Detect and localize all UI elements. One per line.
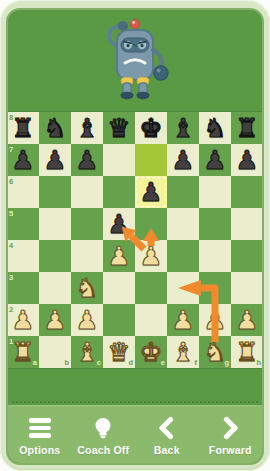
- piece-black-bishop[interactable]: ♝: [167, 112, 199, 144]
- square-e1[interactable]: e♚: [135, 336, 167, 368]
- square-e6[interactable]: ♟: [135, 176, 167, 208]
- robot-mascot-icon: [91, 18, 179, 100]
- rank-label-6: 6: [9, 178, 13, 186]
- back-button[interactable]: Back: [135, 405, 199, 463]
- square-b3[interactable]: [39, 272, 71, 304]
- square-h1[interactable]: h♜: [231, 336, 263, 368]
- piece-black-rook[interactable]: ♜: [231, 112, 263, 144]
- piece-black-queen[interactable]: ♛: [103, 112, 135, 144]
- piece-black-pawn[interactable]: ♟: [231, 144, 263, 176]
- rank-label-3: 3: [9, 274, 13, 282]
- piece-black-pawn[interactable]: ♟: [39, 144, 71, 176]
- square-b6[interactable]: [39, 176, 71, 208]
- square-b1[interactable]: b: [39, 336, 71, 368]
- square-c2[interactable]: ♟: [71, 304, 103, 336]
- square-c6[interactable]: [71, 176, 103, 208]
- coach-toggle-label: Coach Off: [77, 444, 129, 456]
- file-label-f: f: [195, 359, 198, 367]
- square-a6[interactable]: 6: [7, 176, 39, 208]
- square-c7[interactable]: ♟: [71, 144, 103, 176]
- square-b8[interactable]: ♞: [39, 112, 71, 144]
- square-e3[interactable]: [135, 272, 167, 304]
- square-h5[interactable]: [231, 208, 263, 240]
- chevron-left-icon: [156, 416, 178, 440]
- file-label-c: c: [97, 359, 101, 367]
- square-g4[interactable]: [199, 240, 231, 272]
- square-e4[interactable]: ♟: [135, 240, 167, 272]
- piece-white-pawn[interactable]: ♟: [135, 240, 167, 272]
- rank-label-7: 7: [9, 146, 13, 154]
- square-g5[interactable]: [199, 208, 231, 240]
- square-f4[interactable]: [167, 240, 199, 272]
- dotted-separator: [12, 401, 258, 403]
- square-d7[interactable]: [103, 144, 135, 176]
- bottom-toolbar: Options Coach Off Back: [8, 405, 262, 463]
- square-h8[interactable]: ♜: [231, 112, 263, 144]
- square-f3[interactable]: [167, 272, 199, 304]
- square-d2[interactable]: [103, 304, 135, 336]
- options-button[interactable]: Options: [8, 405, 72, 463]
- square-a7[interactable]: 7♟: [7, 144, 39, 176]
- square-h3[interactable]: [231, 272, 263, 304]
- square-e8[interactable]: ♚: [135, 112, 167, 144]
- square-a1[interactable]: 1a♜: [7, 336, 39, 368]
- piece-white-knight[interactable]: ♞: [71, 272, 103, 304]
- rank-label-1: 1: [9, 338, 13, 346]
- square-a5[interactable]: 5: [7, 208, 39, 240]
- piece-black-knight[interactable]: ♞: [39, 112, 71, 144]
- square-g2[interactable]: ♟: [199, 304, 231, 336]
- rank-label-8: 8: [9, 114, 13, 122]
- piece-white-pawn[interactable]: ♟: [39, 304, 71, 336]
- coach-toggle-button[interactable]: Coach Off: [72, 405, 136, 463]
- square-c4[interactable]: [71, 240, 103, 272]
- square-f7[interactable]: ♟: [167, 144, 199, 176]
- square-g1[interactable]: g♞: [199, 336, 231, 368]
- square-d3[interactable]: [103, 272, 135, 304]
- chess-board: 8♜♞♝♛♚♝♞♜7♟♟♟♟♟♟6♟5♟4♟♟3♞2♟♟♟♟♟♟1a♜bc♝d♛…: [7, 112, 263, 368]
- piece-black-king[interactable]: ♚: [135, 112, 167, 144]
- square-f6[interactable]: [167, 176, 199, 208]
- square-d5[interactable]: ♟: [103, 208, 135, 240]
- lightbulb-icon: [91, 416, 115, 440]
- options-label: Options: [19, 444, 60, 456]
- square-e5[interactable]: [135, 208, 167, 240]
- square-b4[interactable]: [39, 240, 71, 272]
- square-e7[interactable]: [135, 144, 167, 176]
- piece-black-pawn[interactable]: ♟: [167, 144, 199, 176]
- square-a8[interactable]: 8♜: [7, 112, 39, 144]
- file-label-a: a: [33, 359, 37, 367]
- square-f8[interactable]: ♝: [167, 112, 199, 144]
- square-h4[interactable]: [231, 240, 263, 272]
- piece-white-pawn[interactable]: ♟: [167, 304, 199, 336]
- rank-label-2: 2: [9, 306, 13, 314]
- square-b5[interactable]: [39, 208, 71, 240]
- square-g3[interactable]: [199, 272, 231, 304]
- piece-white-pawn[interactable]: ♟: [231, 304, 263, 336]
- app-window: 8♜♞♝♛♚♝♞♜7♟♟♟♟♟♟6♟5♟4♟♟3♞2♟♟♟♟♟♟1a♜bc♝d♛…: [0, 0, 270, 471]
- square-d6[interactable]: [103, 176, 135, 208]
- piece-black-pawn[interactable]: ♟: [135, 176, 167, 208]
- board-area: 8♜♞♝♛♚♝♞♜7♟♟♟♟♟♟6♟5♟4♟♟3♞2♟♟♟♟♟♟1a♜bc♝d♛…: [7, 112, 263, 368]
- square-g6[interactable]: [199, 176, 231, 208]
- square-c3[interactable]: ♞: [71, 272, 103, 304]
- square-d1[interactable]: d♛: [103, 336, 135, 368]
- piece-black-knight[interactable]: ♞: [199, 112, 231, 144]
- square-g8[interactable]: ♞: [199, 112, 231, 144]
- square-f2[interactable]: ♟: [167, 304, 199, 336]
- square-e2[interactable]: [135, 304, 167, 336]
- piece-white-pawn[interactable]: ♟: [199, 304, 231, 336]
- app-screen: 8♜♞♝♛♚♝♞♜7♟♟♟♟♟♟6♟5♟4♟♟3♞2♟♟♟♟♟♟1a♜bc♝d♛…: [6, 8, 264, 465]
- square-h2[interactable]: ♟: [231, 304, 263, 336]
- square-c1[interactable]: c♝: [71, 336, 103, 368]
- piece-white-pawn[interactable]: ♟: [71, 304, 103, 336]
- piece-white-pawn[interactable]: ♟: [103, 240, 135, 272]
- menu-icon: [29, 416, 51, 440]
- file-label-g: g: [224, 359, 229, 367]
- forward-label: Forward: [209, 444, 252, 456]
- square-a4[interactable]: 4: [7, 240, 39, 272]
- square-h7[interactable]: ♟: [231, 144, 263, 176]
- chevron-right-icon: [219, 416, 241, 440]
- square-h6[interactable]: [231, 176, 263, 208]
- piece-black-pawn[interactable]: ♟: [71, 144, 103, 176]
- square-f5[interactable]: [167, 208, 199, 240]
- square-b2[interactable]: ♟: [39, 304, 71, 336]
- square-b7[interactable]: ♟: [39, 144, 71, 176]
- square-d4[interactable]: ♟: [103, 240, 135, 272]
- file-label-h: h: [256, 359, 261, 367]
- square-c8[interactable]: ♝: [71, 112, 103, 144]
- square-a3[interactable]: 3: [7, 272, 39, 304]
- square-f1[interactable]: f♝: [167, 336, 199, 368]
- file-label-d: d: [128, 359, 133, 367]
- square-c5[interactable]: [71, 208, 103, 240]
- piece-black-pawn[interactable]: ♟: [199, 144, 231, 176]
- square-a2[interactable]: 2♟: [7, 304, 39, 336]
- piece-black-bishop[interactable]: ♝: [71, 112, 103, 144]
- square-d8[interactable]: ♛: [103, 112, 135, 144]
- rank-label-4: 4: [9, 242, 13, 250]
- rank-label-5: 5: [9, 210, 13, 218]
- forward-button[interactable]: Forward: [199, 405, 263, 463]
- file-label-b: b: [64, 359, 69, 367]
- piece-black-pawn[interactable]: ♟: [103, 208, 135, 240]
- square-g7[interactable]: ♟: [199, 144, 231, 176]
- back-label: Back: [154, 444, 180, 456]
- file-label-e: e: [161, 359, 165, 367]
